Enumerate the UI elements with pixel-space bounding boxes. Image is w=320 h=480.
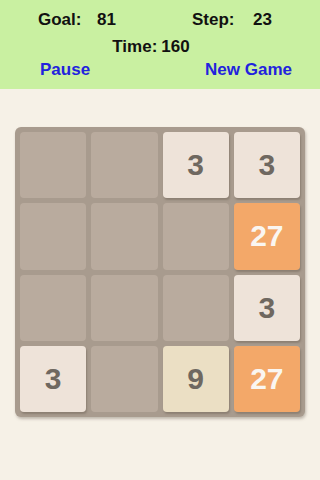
board-cell-r4c4: 27 xyxy=(234,346,300,412)
board-cell-r2c4: 27 xyxy=(234,203,300,269)
tile-3: 3 xyxy=(163,132,229,198)
board-cell-r1c3: 3 xyxy=(163,132,229,198)
tile-3: 3 xyxy=(20,346,86,412)
time-label: Time: xyxy=(112,37,157,56)
board-cell-r3c4: 3 xyxy=(234,275,300,341)
tile-3: 3 xyxy=(234,275,300,341)
step-value: 23 xyxy=(253,10,272,30)
board-cell-r4c1: 3 xyxy=(20,346,86,412)
time-row: Time:160 xyxy=(0,37,320,57)
tile-9: 9 xyxy=(163,346,229,412)
time-value: 160 xyxy=(161,37,189,56)
board-cell-r2c1 xyxy=(20,203,86,269)
board-cell-r1c1 xyxy=(20,132,86,198)
tile-27: 27 xyxy=(234,203,300,269)
step-label: Step: xyxy=(192,10,235,30)
board-cell-r3c2 xyxy=(91,275,157,341)
board-cell-r2c3 xyxy=(163,203,229,269)
board-cell-r3c3 xyxy=(163,275,229,341)
goal-value: 81 xyxy=(97,10,116,30)
game-screen: Goal: 81 Step: 23 Time:160 Pause New Gam… xyxy=(0,0,320,480)
board-cell-r2c2 xyxy=(91,203,157,269)
board-cell-r1c4: 3 xyxy=(234,132,300,198)
tile-27: 27 xyxy=(234,346,300,412)
board-cell-r3c1 xyxy=(20,275,86,341)
new-game-button[interactable]: New Game xyxy=(205,60,292,80)
board-cell-r4c3: 9 xyxy=(163,346,229,412)
board-cell-r1c2 xyxy=(91,132,157,198)
game-board[interactable]: 332733927 xyxy=(15,127,305,417)
board-cell-r4c2 xyxy=(91,346,157,412)
goal-label: Goal: xyxy=(38,10,81,30)
status-bar: Goal: 81 Step: 23 Time:160 Pause New Gam… xyxy=(0,0,320,89)
pause-button[interactable]: Pause xyxy=(40,60,90,80)
tile-3: 3 xyxy=(234,132,300,198)
